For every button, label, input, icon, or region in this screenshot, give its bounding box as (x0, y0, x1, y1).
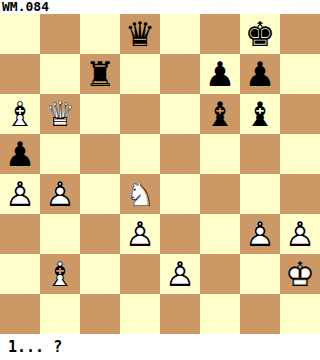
square-e6[interactable] (160, 94, 200, 134)
square-a5[interactable]: ♟ (0, 134, 40, 174)
square-g4[interactable] (240, 174, 280, 214)
square-b5[interactable] (40, 134, 80, 174)
square-c3[interactable] (80, 214, 120, 254)
piece-black-pawn-g7[interactable]: ♟ (240, 54, 280, 94)
square-f2[interactable] (200, 254, 240, 294)
square-e3[interactable] (160, 214, 200, 254)
piece-white-king-h2[interactable]: ♔ (280, 254, 320, 294)
square-g3[interactable]: ♟♙ (240, 214, 280, 254)
square-b6[interactable]: ♛♕ (40, 94, 80, 134)
piece-white-pawn-a4[interactable]: ♙ (0, 174, 40, 214)
square-f3[interactable] (200, 214, 240, 254)
piece-black-rook-c7[interactable]: ♜ (80, 54, 120, 94)
square-h3[interactable]: ♟♙ (280, 214, 320, 254)
square-b2[interactable]: ♝♗ (40, 254, 80, 294)
square-a2[interactable] (0, 254, 40, 294)
square-g5[interactable] (240, 134, 280, 174)
piece-white-bishop-a6[interactable]: ♗ (0, 94, 40, 134)
square-f4[interactable] (200, 174, 240, 214)
square-d3[interactable]: ♟♙ (120, 214, 160, 254)
square-d6[interactable] (120, 94, 160, 134)
square-g6[interactable]: ♝ (240, 94, 280, 134)
square-c8[interactable] (80, 14, 120, 54)
square-e5[interactable] (160, 134, 200, 174)
square-d4[interactable]: ♞♘ (120, 174, 160, 214)
square-d5[interactable] (120, 134, 160, 174)
square-h2[interactable]: ♚♔ (280, 254, 320, 294)
square-g1[interactable] (240, 294, 280, 334)
square-h6[interactable] (280, 94, 320, 134)
piece-black-queen-d8[interactable]: ♛ (120, 14, 160, 54)
piece-white-pawn-h3[interactable]: ♙ (280, 214, 320, 254)
square-c7[interactable]: ♜ (80, 54, 120, 94)
square-d1[interactable] (120, 294, 160, 334)
piece-black-bishop-g6[interactable]: ♝ (240, 94, 280, 134)
piece-white-knight-d4[interactable]: ♘ (120, 174, 160, 214)
square-a1[interactable] (0, 294, 40, 334)
piece-white-queen-b6[interactable]: ♕ (40, 94, 80, 134)
piece-black-bishop-f6[interactable]: ♝ (200, 94, 240, 134)
square-e2[interactable]: ♟♙ (160, 254, 200, 294)
square-h4[interactable] (280, 174, 320, 214)
move-prompt: 1... ? (0, 334, 320, 360)
square-c2[interactable] (80, 254, 120, 294)
piece-white-bishop-b2[interactable]: ♗ (40, 254, 80, 294)
piece-white-pawn-e2[interactable]: ♙ (160, 254, 200, 294)
square-c1[interactable] (80, 294, 120, 334)
square-b7[interactable] (40, 54, 80, 94)
piece-black-pawn-f7[interactable]: ♟ (200, 54, 240, 94)
piece-black-king-g8[interactable]: ♚ (240, 14, 280, 54)
square-h8[interactable] (280, 14, 320, 54)
square-a7[interactable] (0, 54, 40, 94)
square-c5[interactable] (80, 134, 120, 174)
square-h7[interactable] (280, 54, 320, 94)
square-e7[interactable] (160, 54, 200, 94)
square-h1[interactable] (280, 294, 320, 334)
square-a4[interactable]: ♟♙ (0, 174, 40, 214)
square-g2[interactable] (240, 254, 280, 294)
chess-board: ♛♚♜♟♟♝♗♛♕♝♝♟♟♙♟♙♞♘♟♙♟♙♟♙♝♗♟♙♚♔ (0, 14, 320, 334)
puzzle-id: WM.084 (0, 0, 320, 14)
piece-white-pawn-d3[interactable]: ♙ (120, 214, 160, 254)
square-b3[interactable] (40, 214, 80, 254)
square-c4[interactable] (80, 174, 120, 214)
square-f6[interactable]: ♝ (200, 94, 240, 134)
square-a8[interactable] (0, 14, 40, 54)
square-f5[interactable] (200, 134, 240, 174)
square-g8[interactable]: ♚ (240, 14, 280, 54)
square-c6[interactable] (80, 94, 120, 134)
piece-white-pawn-b4[interactable]: ♙ (40, 174, 80, 214)
square-g7[interactable]: ♟ (240, 54, 280, 94)
square-h5[interactable] (280, 134, 320, 174)
square-a6[interactable]: ♝♗ (0, 94, 40, 134)
square-a3[interactable] (0, 214, 40, 254)
square-d7[interactable] (120, 54, 160, 94)
square-e4[interactable] (160, 174, 200, 214)
square-b8[interactable] (40, 14, 80, 54)
square-f1[interactable] (200, 294, 240, 334)
piece-white-pawn-g3[interactable]: ♙ (240, 214, 280, 254)
square-e8[interactable] (160, 14, 200, 54)
square-b4[interactable]: ♟♙ (40, 174, 80, 214)
square-d2[interactable] (120, 254, 160, 294)
piece-black-pawn-a5[interactable]: ♟ (0, 134, 40, 174)
square-e1[interactable] (160, 294, 200, 334)
square-f7[interactable]: ♟ (200, 54, 240, 94)
square-d8[interactable]: ♛ (120, 14, 160, 54)
square-b1[interactable] (40, 294, 80, 334)
square-f8[interactable] (200, 14, 240, 54)
